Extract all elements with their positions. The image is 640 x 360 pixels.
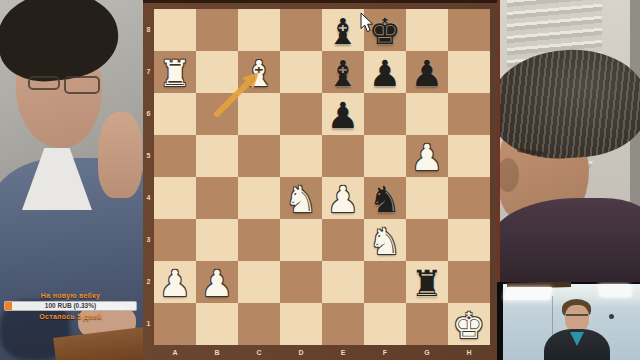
square-a7[interactable]: ♜ (154, 51, 196, 93)
square-d5[interactable] (280, 135, 322, 177)
piece-wP-g5[interactable]: ♟ (406, 135, 448, 177)
piece-bB-e8[interactable]: ♝ (322, 9, 364, 51)
webcam-feed (497, 282, 640, 360)
square-a4[interactable] (154, 177, 196, 219)
photo-right-left-strip (497, 0, 500, 283)
square-c3[interactable] (238, 219, 280, 261)
rank-label-6: 6 (143, 93, 154, 135)
square-h7[interactable] (448, 51, 490, 93)
square-c8[interactable] (238, 9, 280, 51)
square-d6[interactable] (280, 93, 322, 135)
square-e8[interactable]: ♝ (322, 9, 364, 51)
photo-right-hair (497, 45, 640, 164)
donation-goal-footer: Осталось 5 дней (4, 313, 137, 320)
rank-label-8: 8 (143, 9, 154, 51)
piece-wB-c7[interactable]: ♝ (238, 51, 280, 93)
square-b5[interactable] (196, 135, 238, 177)
square-h8[interactable] (448, 9, 490, 51)
file-label-H: H (448, 346, 490, 359)
piece-wP-a2[interactable]: ♟ (154, 261, 196, 303)
square-b6[interactable] (196, 93, 238, 135)
square-f2[interactable] (364, 261, 406, 303)
square-d2[interactable] (280, 261, 322, 303)
file-label-E: E (322, 346, 364, 359)
square-d3[interactable] (280, 219, 322, 261)
square-h1[interactable]: ♚ (448, 303, 490, 345)
photo-left-glasses (28, 76, 60, 90)
chess-board: ♝♚♜♝♝♟♟♟♟♞♟♞♞♟♟♜♚ (154, 9, 490, 345)
square-h4[interactable] (448, 177, 490, 219)
donation-progress-bar: 100 RUB (0.33%) (4, 301, 137, 311)
mouse-cursor-icon (360, 13, 374, 33)
webcam-ceiling-light-right (598, 284, 632, 297)
square-f7[interactable]: ♟ (364, 51, 406, 93)
square-f1[interactable] (364, 303, 406, 345)
photo-right-nose-shadow (497, 158, 519, 192)
square-d4[interactable]: ♞ (280, 177, 322, 219)
piece-bB-e7[interactable]: ♝ (322, 51, 364, 93)
square-f5[interactable] (364, 135, 406, 177)
square-e4[interactable]: ♟ (322, 177, 364, 219)
square-d1[interactable] (280, 303, 322, 345)
board-frame-top-edge (143, 0, 497, 3)
piece-wN-f3[interactable]: ♞ (364, 219, 406, 261)
square-h6[interactable] (448, 93, 490, 135)
piece-bP-g7[interactable]: ♟ (406, 51, 448, 93)
square-f3[interactable]: ♞ (364, 219, 406, 261)
square-a2[interactable]: ♟ (154, 261, 196, 303)
square-e3[interactable] (322, 219, 364, 261)
piece-wP-b2[interactable]: ♟ (196, 261, 238, 303)
square-h3[interactable] (448, 219, 490, 261)
square-c2[interactable] (238, 261, 280, 303)
file-label-A: A (154, 346, 196, 359)
photo-left-hand (98, 112, 142, 198)
square-a1[interactable] (154, 303, 196, 345)
square-c6[interactable] (238, 93, 280, 135)
piece-wN-d4[interactable]: ♞ (280, 177, 322, 219)
square-b2[interactable]: ♟ (196, 261, 238, 303)
square-b3[interactable] (196, 219, 238, 261)
square-d8[interactable] (280, 9, 322, 51)
square-g1[interactable] (406, 303, 448, 345)
square-e5[interactable] (322, 135, 364, 177)
square-g5[interactable]: ♟ (406, 135, 448, 177)
square-e2[interactable] (322, 261, 364, 303)
square-e7[interactable]: ♝ (322, 51, 364, 93)
piece-bP-e6[interactable]: ♟ (322, 93, 364, 135)
square-b4[interactable] (196, 177, 238, 219)
square-d7[interactable] (280, 51, 322, 93)
piece-bR-g2[interactable]: ♜ (406, 261, 448, 303)
piece-wK-h1[interactable]: ♚ (448, 303, 490, 345)
square-b1[interactable] (196, 303, 238, 345)
square-b8[interactable] (196, 9, 238, 51)
file-label-G: G (406, 346, 448, 359)
rank-label-4: 4 (143, 177, 154, 219)
donation-goal-title: На новую вебку (4, 292, 137, 299)
file-label-D: D (280, 346, 322, 359)
webcam-wall-object (609, 314, 614, 319)
piece-bN-f4[interactable]: ♞ (364, 177, 406, 219)
rank-label-5: 5 (143, 135, 154, 177)
square-h5[interactable] (448, 135, 490, 177)
photo-right-sweater (497, 198, 640, 283)
piece-bP-f7[interactable]: ♟ (364, 51, 406, 93)
square-c7[interactable]: ♝ (238, 51, 280, 93)
webcam-person-glasses (566, 314, 588, 319)
rank-label-1: 1 (143, 303, 154, 345)
square-a6[interactable] (154, 93, 196, 135)
piece-wR-a7[interactable]: ♜ (154, 51, 196, 93)
square-a3[interactable] (154, 219, 196, 261)
square-f4[interactable]: ♞ (364, 177, 406, 219)
webcam-ceiling-light-left (504, 287, 553, 300)
square-e1[interactable] (322, 303, 364, 345)
square-h2[interactable] (448, 261, 490, 303)
square-b7[interactable] (196, 51, 238, 93)
chess-board-frame: ♝♚♜♝♝♟♟♟♟♞♟♞♞♟♟♜♚ 87654321 ABCDEFGH (143, 0, 497, 360)
stream-frame: ♝♚♜♝♝♟♟♟♟♞♟♞♞♟♟♜♚ 87654321 ABCDEFGH (0, 0, 640, 360)
square-g8[interactable] (406, 9, 448, 51)
file-label-B: B (196, 346, 238, 359)
donation-goal-widget: На новую вебку 100 RUB (0.33%) Осталось … (4, 292, 137, 320)
square-e6[interactable]: ♟ (322, 93, 364, 135)
rank-label-2: 2 (143, 261, 154, 303)
square-c4[interactable] (238, 177, 280, 219)
piece-wP-e4[interactable]: ♟ (322, 177, 364, 219)
square-g7[interactable]: ♟ (406, 51, 448, 93)
file-label-C: C (238, 346, 280, 359)
square-g2[interactable]: ♜ (406, 261, 448, 303)
player-photo-right (497, 0, 640, 283)
square-a8[interactable] (154, 9, 196, 51)
square-f6[interactable] (364, 93, 406, 135)
donation-progress-text: 100 RUB (0.33%) (5, 302, 136, 310)
rank-label-3: 3 (143, 219, 154, 261)
square-g3[interactable] (406, 219, 448, 261)
square-c5[interactable] (238, 135, 280, 177)
square-a5[interactable] (154, 135, 196, 177)
rank-label-7: 7 (143, 51, 154, 93)
square-g6[interactable] (406, 93, 448, 135)
square-g4[interactable] (406, 177, 448, 219)
square-c1[interactable] (238, 303, 280, 345)
file-label-F: F (364, 346, 406, 359)
